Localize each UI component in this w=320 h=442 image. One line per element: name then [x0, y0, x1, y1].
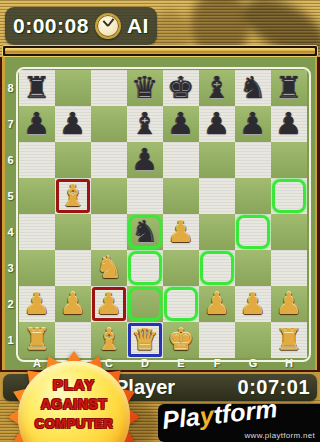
- playtform-logo[interactable]: Playtform www.playtform.net: [158, 404, 320, 442]
- black-rook: ♜: [19, 70, 55, 106]
- badge-line-1: PLAY: [7, 376, 141, 393]
- file-label-f: F: [199, 358, 235, 370]
- black-pawn: ♟: [127, 142, 163, 178]
- square-c4[interactable]: [91, 214, 127, 250]
- square-c6[interactable]: [91, 142, 127, 178]
- square-a3[interactable]: [19, 250, 55, 286]
- rank-label-2: 2: [2, 286, 19, 322]
- square-d3[interactable]: [127, 250, 163, 286]
- file-label-e: E: [163, 358, 199, 370]
- square-f3[interactable]: [199, 250, 235, 286]
- square-c5[interactable]: [91, 178, 127, 214]
- square-h3[interactable]: [271, 250, 307, 286]
- square-h2[interactable]: ♟: [271, 286, 307, 322]
- badge-line-3: COMPUTER: [7, 416, 141, 431]
- black-bishop: ♝: [127, 106, 163, 142]
- square-g8[interactable]: ♞: [235, 70, 271, 106]
- white-pawn: ♟: [235, 286, 271, 322]
- rank-label-5: 5: [2, 178, 19, 214]
- file-label-g: G: [235, 358, 271, 370]
- black-rook: ♜: [271, 70, 307, 106]
- square-h6[interactable]: [271, 142, 307, 178]
- ai-clock-panel: 0:00:08 AI: [5, 7, 157, 45]
- rank-label-3: 3: [2, 250, 19, 286]
- square-h4[interactable]: [271, 214, 307, 250]
- square-f5[interactable]: [199, 178, 235, 214]
- square-g1[interactable]: [235, 322, 271, 358]
- black-king: ♚: [163, 70, 199, 106]
- square-h1[interactable]: ♜: [271, 322, 307, 358]
- white-pawn: ♟: [55, 286, 91, 322]
- square-d2[interactable]: [127, 286, 163, 322]
- square-h7[interactable]: ♟: [271, 106, 307, 142]
- square-b3[interactable]: [55, 250, 91, 286]
- square-b5[interactable]: ♝: [55, 178, 91, 214]
- black-queen: ♛: [127, 70, 163, 106]
- rank-label-4: 4: [2, 214, 19, 250]
- square-a7[interactable]: ♟: [19, 106, 55, 142]
- square-g4[interactable]: [235, 214, 271, 250]
- square-b2[interactable]: ♟: [55, 286, 91, 322]
- white-pawn: ♟: [19, 286, 55, 322]
- square-a8[interactable]: ♜: [19, 70, 55, 106]
- square-e4[interactable]: ♟: [163, 214, 199, 250]
- badge-line-2: AGAINST: [7, 396, 141, 412]
- file-label-h: H: [271, 358, 307, 370]
- white-pawn: ♟: [199, 286, 235, 322]
- ai-label: AI: [127, 14, 149, 38]
- black-knight: ♞: [127, 214, 163, 250]
- chess-board: 87654321 ♜♛♚♝♞♜♟♟♝♟♟♟♟♟♝♞♟♞♟♟♟♟♟♟♜♝♛♚♜ A…: [0, 57, 320, 372]
- black-pawn: ♟: [271, 106, 307, 142]
- square-e6[interactable]: [163, 142, 199, 178]
- square-g7[interactable]: ♟: [235, 106, 271, 142]
- square-a2[interactable]: ♟: [19, 286, 55, 322]
- square-a5[interactable]: [19, 178, 55, 214]
- square-c2[interactable]: ♟: [91, 286, 127, 322]
- white-rook: ♜: [271, 322, 307, 358]
- black-pawn: ♟: [235, 106, 271, 142]
- square-d7[interactable]: ♝: [127, 106, 163, 142]
- board-squares: ♜♛♚♝♞♜♟♟♝♟♟♟♟♟♝♞♟♞♟♟♟♟♟♟♜♝♛♚♜: [19, 70, 307, 358]
- black-pawn: ♟: [19, 106, 55, 142]
- square-c8[interactable]: [91, 70, 127, 106]
- black-pawn: ♟: [199, 106, 235, 142]
- black-pawn: ♟: [163, 106, 199, 142]
- square-f8[interactable]: ♝: [199, 70, 235, 106]
- square-e3[interactable]: [163, 250, 199, 286]
- white-pawn: ♟: [271, 286, 307, 322]
- white-pawn: ♟: [163, 214, 199, 250]
- square-g2[interactable]: ♟: [235, 286, 271, 322]
- square-h5[interactable]: [271, 178, 307, 214]
- black-pawn: ♟: [55, 106, 91, 142]
- square-e7[interactable]: ♟: [163, 106, 199, 142]
- white-knight: ♞: [91, 250, 127, 286]
- square-f4[interactable]: [199, 214, 235, 250]
- white-pawn: ♟: [91, 286, 127, 322]
- square-d4[interactable]: ♞: [127, 214, 163, 250]
- rank-labels: 87654321: [2, 70, 19, 358]
- clock-icon: [95, 13, 121, 39]
- playtform-url: www.playtform.net: [245, 431, 315, 440]
- move-progress-fill: [5, 48, 315, 54]
- square-b7[interactable]: ♟: [55, 106, 91, 142]
- square-f2[interactable]: ♟: [199, 286, 235, 322]
- square-d6[interactable]: ♟: [127, 142, 163, 178]
- square-c7[interactable]: [91, 106, 127, 142]
- white-bishop: ♝: [55, 178, 91, 214]
- square-g5[interactable]: [235, 178, 271, 214]
- square-f1[interactable]: [199, 322, 235, 358]
- square-b4[interactable]: [55, 214, 91, 250]
- square-b8[interactable]: [55, 70, 91, 106]
- rank-label-8: 8: [2, 70, 19, 106]
- square-f6[interactable]: [199, 142, 235, 178]
- square-g3[interactable]: [235, 250, 271, 286]
- square-h8[interactable]: ♜: [271, 70, 307, 106]
- square-d8[interactable]: ♛: [127, 70, 163, 106]
- square-f7[interactable]: ♟: [199, 106, 235, 142]
- square-e2[interactable]: [163, 286, 199, 322]
- square-e8[interactable]: ♚: [163, 70, 199, 106]
- white-king: ♚: [163, 322, 199, 358]
- play-against-computer-badge[interactable]: PLAY AGAINST COMPUTER: [7, 350, 141, 442]
- move-progress-bar: [2, 45, 318, 57]
- square-e1[interactable]: ♚: [163, 322, 199, 358]
- square-a6[interactable]: [19, 142, 55, 178]
- square-b6[interactable]: [55, 142, 91, 178]
- black-bishop: ♝: [199, 70, 235, 106]
- rank-label-7: 7: [2, 106, 19, 142]
- square-g6[interactable]: [235, 142, 271, 178]
- square-a4[interactable]: [19, 214, 55, 250]
- rank-label-6: 6: [2, 142, 19, 178]
- ai-time: 0:00:08: [13, 14, 89, 38]
- chess-app-screen: 0:00:08 AI 87654321 ♜♛♚♝♞♜♟♟♝♟♟♟♟♟♝♞♟♞♟♟…: [0, 0, 320, 442]
- black-knight: ♞: [235, 70, 271, 106]
- square-c3[interactable]: ♞: [91, 250, 127, 286]
- square-e5[interactable]: [163, 178, 199, 214]
- square-d5[interactable]: [127, 178, 163, 214]
